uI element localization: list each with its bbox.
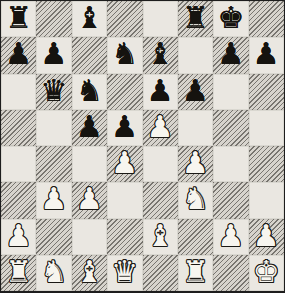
black-rook-piece: ♜ <box>5 3 32 33</box>
black-pawn-piece: ♟ <box>182 76 209 106</box>
square-g1[interactable] <box>213 255 248 291</box>
square-d5[interactable]: ♟ <box>107 110 142 146</box>
square-e1[interactable] <box>143 255 178 291</box>
square-d7[interactable]: ♞ <box>107 37 142 73</box>
black-bishop-piece: ♝ <box>147 39 174 69</box>
black-pawn-piece: ♟ <box>253 39 280 69</box>
square-b4[interactable] <box>36 146 71 182</box>
square-c6[interactable]: ♞ <box>72 74 107 110</box>
square-a8[interactable]: ♜ <box>1 1 36 37</box>
square-g2[interactable]: ♟ <box>213 219 248 255</box>
square-b3[interactable]: ♟ <box>36 182 71 218</box>
square-a2[interactable]: ♟ <box>1 219 36 255</box>
square-c3[interactable]: ♟ <box>72 182 107 218</box>
square-f8[interactable]: ♜ <box>178 1 213 37</box>
square-d6[interactable] <box>107 74 142 110</box>
square-f5[interactable] <box>178 110 213 146</box>
square-h8[interactable] <box>249 1 284 37</box>
square-c5[interactable]: ♟ <box>72 110 107 146</box>
square-c8[interactable]: ♝ <box>72 1 107 37</box>
white-pawn-piece: ♟ <box>253 221 280 251</box>
chess-board: ♜♝♜♚♟♟♞♝♟♟♛♞♟♟♟♟♟♟♟♟♟♞♟♝♟♟♜♞♝♛♜♚ <box>0 0 285 293</box>
square-b6[interactable]: ♛ <box>36 74 71 110</box>
white-knight-piece: ♞ <box>182 184 209 214</box>
white-rook-piece: ♜ <box>5 257 32 287</box>
square-f6[interactable]: ♟ <box>178 74 213 110</box>
black-knight-piece: ♞ <box>111 39 138 69</box>
black-pawn-piece: ♟ <box>5 39 32 69</box>
square-a7[interactable]: ♟ <box>1 37 36 73</box>
square-b1[interactable]: ♞ <box>36 255 71 291</box>
white-pawn-piece: ♟ <box>76 184 103 214</box>
black-knight-piece: ♞ <box>76 76 103 106</box>
square-d3[interactable] <box>107 182 142 218</box>
square-g7[interactable]: ♟ <box>213 37 248 73</box>
square-e6[interactable]: ♟ <box>143 74 178 110</box>
square-e5[interactable]: ♟ <box>143 110 178 146</box>
square-e8[interactable] <box>143 1 178 37</box>
square-c4[interactable] <box>72 146 107 182</box>
black-queen-piece: ♛ <box>41 76 68 106</box>
black-pawn-piece: ♟ <box>111 112 138 142</box>
square-d2[interactable] <box>107 219 142 255</box>
square-d4[interactable]: ♟ <box>107 146 142 182</box>
black-pawn-piece: ♟ <box>217 39 244 69</box>
square-b2[interactable] <box>36 219 71 255</box>
square-f1[interactable]: ♜ <box>178 255 213 291</box>
square-e2[interactable]: ♝ <box>143 219 178 255</box>
square-e7[interactable]: ♝ <box>143 37 178 73</box>
square-a3[interactable] <box>1 182 36 218</box>
square-e4[interactable] <box>143 146 178 182</box>
square-a4[interactable] <box>1 146 36 182</box>
white-bishop-piece: ♝ <box>76 257 103 287</box>
white-pawn-piece: ♟ <box>111 148 138 178</box>
square-f7[interactable] <box>178 37 213 73</box>
square-a1[interactable]: ♜ <box>1 255 36 291</box>
square-h3[interactable] <box>249 182 284 218</box>
square-c2[interactable] <box>72 219 107 255</box>
square-a6[interactable] <box>1 74 36 110</box>
square-g6[interactable] <box>213 74 248 110</box>
black-rook-piece: ♜ <box>182 3 209 33</box>
square-e3[interactable] <box>143 182 178 218</box>
square-g5[interactable] <box>213 110 248 146</box>
white-queen-piece: ♛ <box>111 257 138 287</box>
square-g8[interactable]: ♚ <box>213 1 248 37</box>
square-h2[interactable]: ♟ <box>249 219 284 255</box>
square-f2[interactable] <box>178 219 213 255</box>
square-c7[interactable] <box>72 37 107 73</box>
white-pawn-piece: ♟ <box>147 112 174 142</box>
square-a5[interactable] <box>1 110 36 146</box>
square-g3[interactable] <box>213 182 248 218</box>
square-f3[interactable]: ♞ <box>178 182 213 218</box>
square-h1[interactable]: ♚ <box>249 255 284 291</box>
white-king-piece: ♚ <box>253 257 280 287</box>
white-pawn-piece: ♟ <box>5 221 32 251</box>
square-h7[interactable]: ♟ <box>249 37 284 73</box>
white-pawn-piece: ♟ <box>182 148 209 178</box>
white-rook-piece: ♜ <box>182 257 209 287</box>
square-g4[interactable] <box>213 146 248 182</box>
square-d1[interactable]: ♛ <box>107 255 142 291</box>
white-pawn-piece: ♟ <box>217 221 244 251</box>
black-pawn-piece: ♟ <box>147 76 174 106</box>
white-bishop-piece: ♝ <box>147 221 174 251</box>
square-h6[interactable] <box>249 74 284 110</box>
square-h5[interactable] <box>249 110 284 146</box>
black-bishop-piece: ♝ <box>76 3 103 33</box>
black-king-piece: ♚ <box>217 3 244 33</box>
black-pawn-piece: ♟ <box>76 112 103 142</box>
square-d8[interactable] <box>107 1 142 37</box>
square-b5[interactable] <box>36 110 71 146</box>
white-knight-piece: ♞ <box>41 257 68 287</box>
square-h4[interactable] <box>249 146 284 182</box>
square-f4[interactable]: ♟ <box>178 146 213 182</box>
square-b7[interactable]: ♟ <box>36 37 71 73</box>
square-b8[interactable] <box>36 1 71 37</box>
white-pawn-piece: ♟ <box>41 184 68 214</box>
black-pawn-piece: ♟ <box>41 39 68 69</box>
square-c1[interactable]: ♝ <box>72 255 107 291</box>
